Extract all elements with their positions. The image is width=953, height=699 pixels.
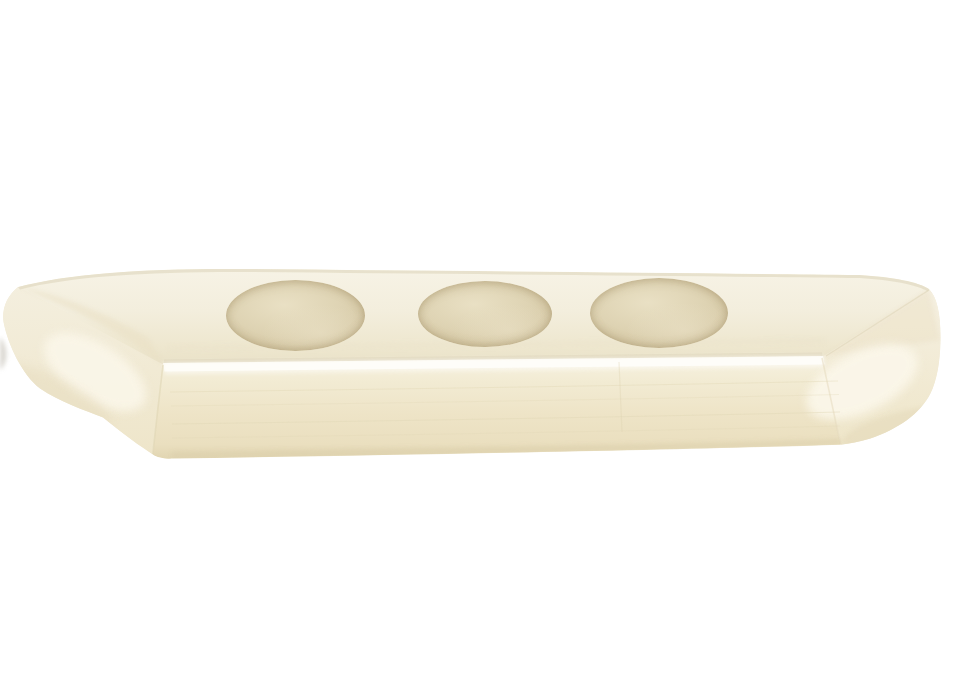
pit-1[interactable] bbox=[226, 280, 365, 351]
pit-cell bbox=[393, 276, 564, 354]
pit-3[interactable] bbox=[590, 278, 728, 348]
pit-cell bbox=[222, 276, 393, 354]
pit-grid bbox=[222, 276, 734, 354]
pit-cell bbox=[563, 276, 734, 354]
product-photo-scene bbox=[0, 0, 953, 699]
stray-object-edge bbox=[0, 337, 6, 370]
pit-2[interactable] bbox=[418, 281, 552, 347]
